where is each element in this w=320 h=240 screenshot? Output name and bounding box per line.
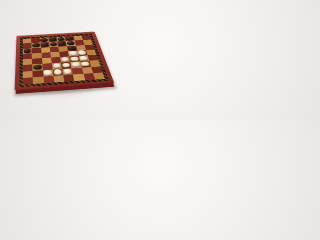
- board-grid: ⛂⛂⛂⛂⛂⛂⛂⛂⛂⛂⛂⛀⛀⛀⛀⛀⛂⛀⛀⛀⛀⛀⛀⛀: [23, 35, 105, 85]
- board-square: [93, 72, 105, 79]
- checkers-board: ⛂⛂⛂⛂⛂⛂⛂⛂⛂⛂⛂⛀⛀⛀⛀⛀⛂⛀⛀⛀⛀⛀⛀⛀: [15, 31, 115, 90]
- checker-piece-white: ⛀: [81, 61, 90, 66]
- board-square: [23, 77, 33, 85]
- checker-piece-black: ⛂: [33, 64, 41, 70]
- board-square: [33, 76, 44, 84]
- checker-piece-white: ⛀: [63, 68, 72, 74]
- checker-piece-white: ⛀: [61, 57, 70, 62]
- checker-piece-white: ⛀: [43, 70, 52, 76]
- mosaic-border: ⛂⛂⛂⛂⛂⛂⛂⛂⛂⛂⛂⛀⛀⛀⛀⛀⛂⛀⛀⛀⛀⛀⛀⛀: [19, 33, 109, 87]
- checker-piece-white: ⛀: [53, 69, 62, 75]
- checker-piece-white: ⛀: [79, 56, 88, 61]
- checker-piece-white: ⛀: [71, 62, 80, 67]
- checker-piece-white: ⛀: [70, 56, 79, 61]
- checker-piece-white: ⛀: [62, 62, 71, 67]
- checker-piece-white: ⛀: [52, 63, 61, 68]
